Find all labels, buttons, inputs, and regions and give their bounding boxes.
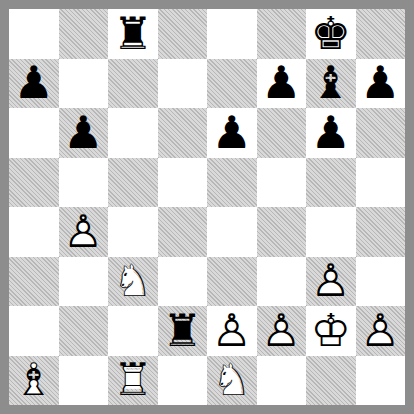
piece-black-pawn: ♟ xyxy=(311,109,351,154)
square-c7[interactable] xyxy=(108,59,158,109)
square-e4[interactable] xyxy=(207,207,257,257)
piece-white-knight-fill: ♞ xyxy=(113,258,153,303)
square-c6[interactable] xyxy=(108,108,158,158)
square-b6[interactable]: ♟ xyxy=(59,108,109,158)
square-d5[interactable] xyxy=(158,158,208,208)
square-b2[interactable] xyxy=(59,306,109,356)
square-f3[interactable] xyxy=(257,257,307,307)
square-b8[interactable] xyxy=(59,9,109,59)
square-h1[interactable] xyxy=(356,356,406,406)
piece-white-knight: ♘ xyxy=(212,357,252,402)
piece-white-pawn-fill: ♟ xyxy=(311,258,351,303)
square-h4[interactable] xyxy=(356,207,406,257)
piece-white-bishop: ♗ xyxy=(14,357,54,402)
piece-white-pawn: ♙ xyxy=(63,208,103,253)
square-g7[interactable]: ♝ xyxy=(306,59,356,109)
square-d7[interactable] xyxy=(158,59,208,109)
square-g3[interactable]: ♟♙ xyxy=(306,257,356,307)
square-b3[interactable] xyxy=(59,257,109,307)
piece-black-rook: ♜ xyxy=(113,10,153,55)
square-c3[interactable]: ♞♘ xyxy=(108,257,158,307)
square-h5[interactable] xyxy=(356,158,406,208)
piece-white-rook-fill: ♜ xyxy=(113,357,153,402)
square-a2[interactable] xyxy=(9,306,59,356)
piece-white-pawn: ♙ xyxy=(212,307,252,352)
piece-black-pawn: ♟ xyxy=(63,109,103,154)
square-d1[interactable] xyxy=(158,356,208,406)
square-e8[interactable] xyxy=(207,9,257,59)
square-c4[interactable] xyxy=(108,207,158,257)
square-h3[interactable] xyxy=(356,257,406,307)
piece-white-pawn-fill: ♟ xyxy=(63,208,103,253)
square-c2[interactable] xyxy=(108,306,158,356)
square-a1[interactable]: ♝♗ xyxy=(9,356,59,406)
piece-black-king: ♚ xyxy=(311,10,351,55)
square-f2[interactable]: ♟♙ xyxy=(257,306,307,356)
square-c1[interactable]: ♜♖ xyxy=(108,356,158,406)
piece-black-bishop: ♝ xyxy=(311,60,351,105)
square-h8[interactable] xyxy=(356,9,406,59)
square-e6[interactable]: ♟ xyxy=(207,108,257,158)
square-d8[interactable] xyxy=(158,9,208,59)
piece-black-pawn: ♟ xyxy=(14,60,54,105)
square-a6[interactable] xyxy=(9,108,59,158)
square-e7[interactable] xyxy=(207,59,257,109)
chess-board: ♜♚♟♟♝♟♟♟♟♟♙♞♘♟♙♜♟♙♟♙♚♔♟♙♝♗♜♖♞♘ xyxy=(9,9,405,405)
piece-white-pawn-fill: ♟ xyxy=(261,307,301,352)
square-a7[interactable]: ♟ xyxy=(9,59,59,109)
piece-white-rook: ♖ xyxy=(113,357,153,402)
piece-white-king: ♔ xyxy=(311,307,351,352)
chess-board-frame: ♜♚♟♟♝♟♟♟♟♟♙♞♘♟♙♜♟♙♟♙♚♔♟♙♝♗♜♖♞♘ xyxy=(0,0,414,414)
square-a8[interactable] xyxy=(9,9,59,59)
square-a3[interactable] xyxy=(9,257,59,307)
piece-black-pawn: ♟ xyxy=(360,60,400,105)
square-c5[interactable] xyxy=(108,158,158,208)
square-g2[interactable]: ♚♔ xyxy=(306,306,356,356)
square-d4[interactable] xyxy=(158,207,208,257)
piece-white-pawn-fill: ♟ xyxy=(360,307,400,352)
square-a5[interactable] xyxy=(9,158,59,208)
square-d3[interactable] xyxy=(158,257,208,307)
square-g5[interactable] xyxy=(306,158,356,208)
piece-black-pawn: ♟ xyxy=(261,60,301,105)
square-f5[interactable] xyxy=(257,158,307,208)
square-h2[interactable]: ♟♙ xyxy=(356,306,406,356)
square-e2[interactable]: ♟♙ xyxy=(207,306,257,356)
square-g6[interactable]: ♟ xyxy=(306,108,356,158)
piece-black-rook: ♜ xyxy=(162,307,202,352)
square-c8[interactable]: ♜ xyxy=(108,9,158,59)
piece-white-king-fill: ♚ xyxy=(311,307,351,352)
square-b1[interactable] xyxy=(59,356,109,406)
square-b4[interactable]: ♟♙ xyxy=(59,207,109,257)
square-d2[interactable]: ♜ xyxy=(158,306,208,356)
piece-white-pawn: ♙ xyxy=(261,307,301,352)
square-g8[interactable]: ♚ xyxy=(306,9,356,59)
piece-white-bishop-fill: ♝ xyxy=(14,357,54,402)
square-f7[interactable]: ♟ xyxy=(257,59,307,109)
piece-black-pawn: ♟ xyxy=(212,109,252,154)
square-b5[interactable] xyxy=(59,158,109,208)
piece-white-pawn: ♙ xyxy=(311,258,351,303)
square-h6[interactable] xyxy=(356,108,406,158)
square-f4[interactable] xyxy=(257,207,307,257)
square-g4[interactable] xyxy=(306,207,356,257)
piece-white-knight-fill: ♞ xyxy=(212,357,252,402)
square-f1[interactable] xyxy=(257,356,307,406)
square-d6[interactable] xyxy=(158,108,208,158)
square-a4[interactable] xyxy=(9,207,59,257)
square-g1[interactable] xyxy=(306,356,356,406)
square-f8[interactable] xyxy=(257,9,307,59)
piece-white-pawn-fill: ♟ xyxy=(212,307,252,352)
square-b7[interactable] xyxy=(59,59,109,109)
square-e5[interactable] xyxy=(207,158,257,208)
square-f6[interactable] xyxy=(257,108,307,158)
square-h7[interactable]: ♟ xyxy=(356,59,406,109)
piece-white-knight: ♘ xyxy=(113,258,153,303)
square-e1[interactable]: ♞♘ xyxy=(207,356,257,406)
piece-white-pawn: ♙ xyxy=(360,307,400,352)
square-e3[interactable] xyxy=(207,257,257,307)
